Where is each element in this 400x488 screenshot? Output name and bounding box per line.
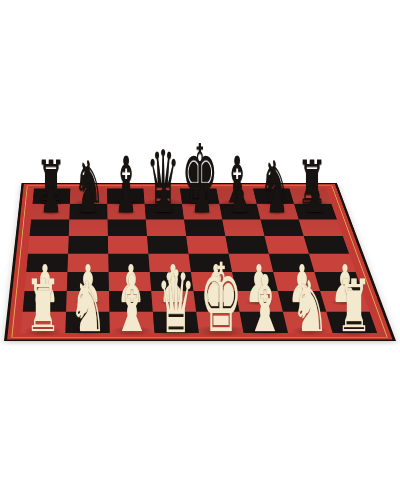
square-f6[interactable]	[222, 219, 264, 236]
square-g5[interactable]	[265, 236, 309, 253]
piece-white-rook-h1[interactable]: ♜	[336, 270, 372, 342]
piece-white-knight-g1[interactable]: ♞	[291, 272, 329, 342]
piece-black-pawn-g7[interactable]: ♟	[267, 178, 289, 218]
piece-black-pawn-a7[interactable]: ♟	[40, 178, 62, 218]
piece-black-pawn-e7[interactable]: ♟	[191, 178, 213, 218]
square-c5[interactable]	[108, 236, 148, 253]
piece-white-queen-d1[interactable]: ♛	[157, 259, 196, 345]
square-c6[interactable]	[108, 219, 147, 236]
square-h6[interactable]	[299, 219, 343, 236]
piece-white-knight-b1[interactable]: ♞	[69, 272, 107, 342]
square-b5[interactable]	[68, 236, 108, 253]
piece-black-pawn-b7[interactable]: ♟	[78, 178, 100, 218]
square-g6[interactable]	[260, 219, 303, 236]
piece-black-pawn-h7[interactable]: ♟	[304, 178, 326, 218]
chess-set-photo: ♜♞♝♛♚♝♞♜♟♟♟♟♟♟♟♟♟♟♟♟♟♟♟♟♜♞♝♛♚♝♞♜	[0, 0, 400, 488]
piece-white-bishop-f1[interactable]: ♝	[246, 265, 284, 343]
square-d6[interactable]	[146, 219, 186, 236]
square-a6[interactable]	[30, 219, 70, 236]
square-h5[interactable]	[304, 236, 349, 253]
piece-black-pawn-c7[interactable]: ♟	[115, 178, 137, 218]
piece-black-pawn-d7[interactable]: ♟	[153, 178, 175, 218]
piece-black-pawn-f7[interactable]: ♟	[229, 178, 251, 218]
square-a5[interactable]	[28, 236, 69, 253]
square-e6[interactable]	[184, 219, 225, 236]
piece-white-rook-a1[interactable]: ♜	[25, 270, 61, 342]
piece-white-bishop-c1[interactable]: ♝	[113, 265, 151, 343]
square-b6[interactable]	[69, 219, 108, 236]
piece-white-king-e1[interactable]: ♚	[199, 251, 242, 346]
